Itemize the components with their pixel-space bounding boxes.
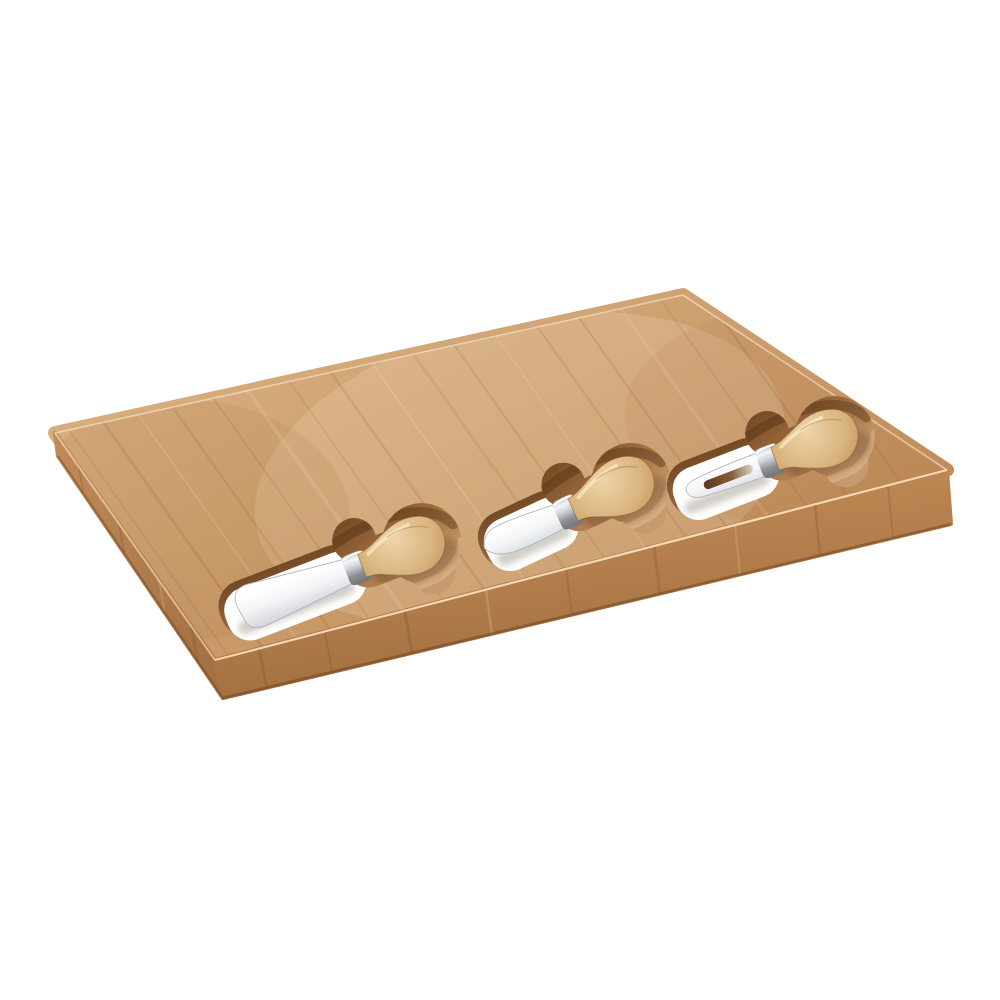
- product-photo-stage: [0, 0, 1000, 1000]
- cheese-board-scene: [0, 0, 1000, 1000]
